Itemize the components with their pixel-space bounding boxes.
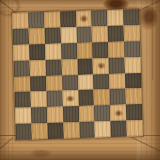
- square-r3c1[interactable]: [13, 44, 29, 60]
- square-r3c8[interactable]: [124, 41, 140, 57]
- square-r6c7[interactable]: [110, 89, 126, 105]
- square-r5c3[interactable]: [46, 75, 62, 91]
- wood-knot: [138, 6, 158, 30]
- square-r7c6[interactable]: [94, 105, 110, 121]
- square-r1c6[interactable]: [91, 10, 107, 26]
- square-r5c5[interactable]: [78, 74, 94, 90]
- square-r2c3[interactable]: [44, 27, 60, 43]
- square-r7c5[interactable]: [78, 106, 94, 122]
- square-r8c5[interactable]: [79, 122, 95, 138]
- frame-mitre-seam: [0, 137, 13, 149]
- square-r2c2[interactable]: [28, 28, 44, 44]
- square-r1c2[interactable]: [28, 12, 44, 28]
- square-r5c6[interactable]: [93, 74, 109, 90]
- wood-knot: [97, 62, 106, 70]
- frame-mitre-seam: [139, 0, 160, 11]
- square-r1c8[interactable]: [123, 9, 139, 25]
- square-r5c1[interactable]: [14, 76, 30, 92]
- square-r7c3[interactable]: [47, 107, 63, 123]
- square-r7c4[interactable]: [63, 106, 79, 122]
- square-r7c2[interactable]: [31, 107, 47, 123]
- square-r3c7[interactable]: [108, 41, 124, 57]
- square-r8c3[interactable]: [47, 123, 63, 139]
- square-r3c2[interactable]: [29, 44, 45, 60]
- wood-knot: [114, 109, 123, 117]
- square-r6c6[interactable]: [94, 89, 110, 105]
- square-r4c8[interactable]: [125, 57, 141, 73]
- square-r2c8[interactable]: [124, 25, 140, 41]
- square-r5c8[interactable]: [125, 73, 141, 89]
- square-r2c4[interactable]: [60, 27, 76, 43]
- square-r5c4[interactable]: [62, 75, 78, 91]
- square-r4c2[interactable]: [29, 60, 45, 76]
- square-r1c1[interactable]: [12, 12, 28, 28]
- square-r5c2[interactable]: [30, 75, 46, 91]
- square-r6c3[interactable]: [46, 91, 62, 107]
- square-r4c6[interactable]: [93, 58, 109, 74]
- square-r8c8[interactable]: [127, 120, 143, 136]
- square-r4c5[interactable]: [77, 58, 93, 74]
- square-r8c1[interactable]: [15, 124, 31, 140]
- square-r8c2[interactable]: [31, 123, 47, 139]
- wood-knot: [79, 15, 88, 23]
- frame-mitre-seam: [132, 137, 160, 151]
- frame-mitre-seam: [0, 0, 15, 12]
- square-r3c3[interactable]: [45, 43, 61, 59]
- square-r8c4[interactable]: [63, 122, 79, 138]
- square-r6c2[interactable]: [30, 91, 46, 107]
- square-r6c1[interactable]: [14, 92, 30, 108]
- square-r5c7[interactable]: [109, 73, 125, 89]
- square-r8c7[interactable]: [111, 121, 127, 137]
- square-r2c5[interactable]: [76, 26, 92, 42]
- square-r2c7[interactable]: [108, 25, 124, 41]
- square-r2c1[interactable]: [13, 28, 29, 44]
- square-r6c5[interactable]: [78, 90, 94, 106]
- chessboard-photo: [0, 0, 160, 160]
- square-r3c4[interactable]: [61, 43, 77, 59]
- square-r7c8[interactable]: [126, 104, 142, 120]
- square-r7c1[interactable]: [15, 108, 31, 124]
- square-r1c4[interactable]: [60, 11, 76, 27]
- square-r1c3[interactable]: [44, 11, 60, 27]
- square-r7c7[interactable]: [110, 105, 126, 121]
- square-r1c7[interactable]: [107, 10, 123, 26]
- square-r4c1[interactable]: [14, 60, 30, 76]
- square-r1c5[interactable]: [76, 11, 92, 27]
- square-r3c6[interactable]: [92, 42, 108, 58]
- square-r4c7[interactable]: [109, 57, 125, 73]
- square-r4c3[interactable]: [45, 59, 61, 75]
- wood-knot: [66, 95, 75, 103]
- square-r3c5[interactable]: [77, 42, 93, 58]
- wood-knot: [30, 149, 52, 158]
- square-r2c6[interactable]: [92, 26, 108, 42]
- square-r4c4[interactable]: [61, 59, 77, 75]
- frame-seam-line: [152, 0, 153, 80]
- square-r6c4[interactable]: [62, 90, 78, 106]
- square-r8c6[interactable]: [95, 121, 111, 137]
- chessboard-grid: [11, 8, 144, 141]
- square-r6c8[interactable]: [126, 88, 142, 104]
